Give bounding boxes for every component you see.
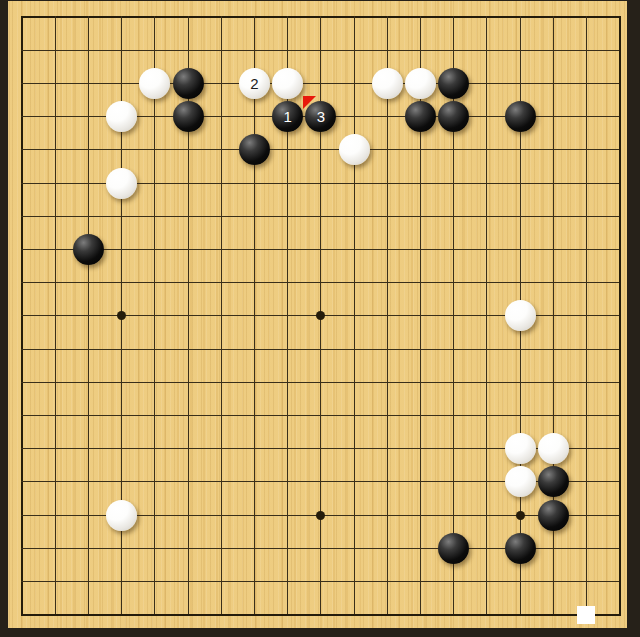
grid-line-vertical (586, 16, 587, 616)
black-stone (438, 533, 469, 564)
black-stone (173, 68, 204, 99)
black-stone (173, 101, 204, 132)
corner-white-square-marker (577, 606, 595, 624)
star-point (316, 511, 325, 520)
white-stone (339, 134, 370, 165)
black-stone (438, 101, 469, 132)
grid-line-vertical (486, 16, 487, 616)
move-number-label: 2 (250, 76, 258, 91)
star-point (516, 511, 525, 520)
go-app-window: 213 (0, 0, 640, 637)
white-stone (505, 466, 536, 497)
white-stone (139, 68, 170, 99)
black-stone (505, 101, 536, 132)
black-stone (538, 500, 569, 531)
last-move-triangle-marker (303, 96, 316, 109)
grid-line-vertical (387, 16, 388, 616)
white-stone (505, 300, 536, 331)
white-stone (538, 433, 569, 464)
star-point (316, 311, 325, 320)
white-stone (272, 68, 303, 99)
white-stone (372, 68, 403, 99)
grid-line-vertical (354, 16, 355, 616)
white-stone (106, 500, 137, 531)
star-point (117, 311, 126, 320)
move-number-label: 3 (317, 109, 325, 124)
black-stone (239, 134, 270, 165)
grid-line-horizontal (21, 415, 621, 416)
black-stone: 1 (272, 101, 303, 132)
black-stone (438, 68, 469, 99)
black-stone (405, 101, 436, 132)
white-stone: 2 (239, 68, 270, 99)
black-stone (505, 533, 536, 564)
grid-line-horizontal (21, 581, 621, 582)
white-stone (405, 68, 436, 99)
grid-line-horizontal (21, 382, 621, 383)
white-stone (106, 168, 137, 199)
black-stone (538, 466, 569, 497)
white-stone (505, 433, 536, 464)
black-stone (73, 234, 104, 265)
grid-line-vertical (619, 16, 621, 616)
grid-line-horizontal (21, 349, 621, 350)
white-stone (106, 101, 137, 132)
grid-line-horizontal (21, 614, 621, 616)
go-board[interactable]: 213 (8, 1, 627, 628)
move-number-label: 1 (283, 109, 291, 124)
